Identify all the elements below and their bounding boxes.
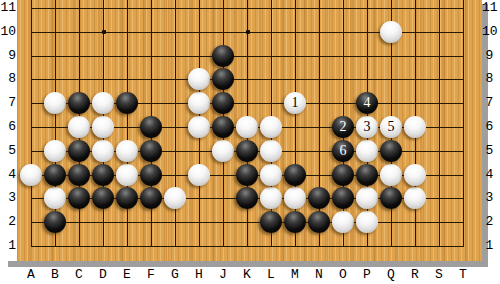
- black-stone-B4[interactable]: [44, 164, 66, 186]
- column-label-N: N: [307, 268, 331, 282]
- row-label-right-6: 6: [482, 120, 497, 134]
- white-stone-R4[interactable]: [404, 164, 426, 186]
- white-stone-H4[interactable]: [188, 164, 210, 186]
- row-label-left-4: 4: [0, 168, 16, 182]
- row-label-left-8: 8: [0, 72, 16, 86]
- column-label-D: D: [91, 268, 115, 282]
- row-label-left-7: 7: [0, 96, 16, 110]
- white-stone-Q6[interactable]: 5: [380, 116, 402, 138]
- column-label-R: R: [403, 268, 427, 282]
- grid-line-col-E: [127, 0, 128, 247]
- column-label-A: A: [19, 268, 43, 282]
- white-stone-H6[interactable]: [188, 116, 210, 138]
- white-stone-E5[interactable]: [116, 140, 138, 162]
- move-number-1: 1: [284, 92, 306, 114]
- column-label-M: M: [283, 268, 307, 282]
- grid-line-row-1: [31, 246, 464, 247]
- black-stone-F6[interactable]: [140, 116, 162, 138]
- white-stone-K6[interactable]: [236, 116, 258, 138]
- black-stone-P7[interactable]: 4: [356, 92, 378, 114]
- row-label-right-3: 3: [482, 191, 497, 205]
- column-label-E: E: [115, 268, 139, 282]
- row-label-right-7: 7: [482, 96, 497, 110]
- column-label-H: H: [187, 268, 211, 282]
- black-stone-K4[interactable]: [236, 164, 258, 186]
- white-stone-D6[interactable]: [92, 116, 114, 138]
- white-stone-P6[interactable]: 3: [356, 116, 378, 138]
- white-stone-L6[interactable]: [260, 116, 282, 138]
- row-label-right-4: 4: [482, 168, 497, 182]
- row-label-left-9: 9: [0, 49, 16, 63]
- column-label-P: P: [355, 268, 379, 282]
- grid-line-row-11: [31, 8, 464, 9]
- row-label-right-8: 8: [482, 72, 497, 86]
- grid-line-col-S: [439, 0, 440, 247]
- row-label-left-5: 5: [0, 144, 16, 158]
- white-stone-Q4[interactable]: [380, 164, 402, 186]
- column-label-O: O: [331, 268, 355, 282]
- row-label-right-9: 9: [482, 49, 497, 63]
- white-stone-L5[interactable]: [260, 140, 282, 162]
- column-label-Q: Q: [379, 268, 403, 282]
- black-stone-O5[interactable]: 6: [332, 140, 354, 162]
- white-stone-R6[interactable]: [404, 116, 426, 138]
- white-stone-E4[interactable]: [116, 164, 138, 186]
- move-number-4: 4: [356, 92, 378, 114]
- black-stone-P4[interactable]: [356, 164, 378, 186]
- black-stone-O6[interactable]: 2: [332, 116, 354, 138]
- row-label-right-11: 11: [482, 1, 497, 15]
- row-label-right-10: 10: [482, 25, 497, 39]
- grid-line-col-G: [175, 0, 176, 247]
- black-stone-C4[interactable]: [68, 164, 90, 186]
- column-label-F: F: [139, 268, 163, 282]
- white-stone-D5[interactable]: [92, 140, 114, 162]
- black-stone-C5[interactable]: [68, 140, 90, 162]
- column-label-S: S: [427, 268, 451, 282]
- move-number-5: 5: [380, 116, 402, 138]
- black-stone-M4[interactable]: [284, 164, 306, 186]
- black-stone-J6[interactable]: [212, 116, 234, 138]
- star-point-D10: [102, 30, 106, 34]
- row-label-left-10: 10: [0, 25, 16, 39]
- move-number-2: 2: [332, 116, 354, 138]
- black-stone-O4[interactable]: [332, 164, 354, 186]
- row-label-right-1: 1: [482, 239, 497, 253]
- black-stone-D4[interactable]: [92, 164, 114, 186]
- black-stone-F4[interactable]: [140, 164, 162, 186]
- white-stone-J5[interactable]: [212, 140, 234, 162]
- black-stone-J9[interactable]: [212, 45, 234, 67]
- column-label-J: J: [211, 268, 235, 282]
- column-label-B: B: [43, 268, 67, 282]
- move-number-3: 3: [356, 116, 378, 138]
- row-label-right-5: 5: [482, 144, 497, 158]
- black-stone-F5[interactable]: [140, 140, 162, 162]
- row-label-left-6: 6: [0, 120, 16, 134]
- white-stone-M7[interactable]: 1: [284, 92, 306, 114]
- go-board-diagram: 13562411111010998877665544332211ABCDEFGH…: [0, 0, 500, 284]
- black-stone-Q5[interactable]: [380, 140, 402, 162]
- white-stone-A4[interactable]: [20, 164, 42, 186]
- row-label-left-11: 11: [0, 1, 16, 15]
- row-label-left-2: 2: [0, 215, 16, 229]
- column-label-G: G: [163, 268, 187, 282]
- column-label-K: K: [235, 268, 259, 282]
- white-stone-L4[interactable]: [260, 164, 282, 186]
- grid-line-col-A: [31, 0, 32, 247]
- row-label-left-3: 3: [0, 191, 16, 205]
- white-stone-Q10[interactable]: [380, 21, 402, 43]
- grid-line-row-9: [31, 56, 464, 57]
- column-label-T: T: [451, 268, 475, 282]
- row-label-right-2: 2: [482, 215, 497, 229]
- black-stone-K5[interactable]: [236, 140, 258, 162]
- star-point-K10: [246, 30, 250, 34]
- grid-line-col-T: [463, 0, 464, 247]
- move-number-6: 6: [332, 140, 354, 162]
- grid-line-row-8: [31, 79, 464, 80]
- column-label-L: L: [259, 268, 283, 282]
- grid-line-row-2: [31, 222, 464, 223]
- white-stone-C6[interactable]: [68, 116, 90, 138]
- grid-line-col-N: [319, 0, 320, 247]
- column-label-C: C: [67, 268, 91, 282]
- grid-line-col-B: [55, 0, 56, 247]
- grid-line-col-M: [295, 0, 296, 247]
- white-stone-B5[interactable]: [44, 140, 66, 162]
- row-label-left-1: 1: [0, 239, 16, 253]
- white-stone-P5[interactable]: [356, 140, 378, 162]
